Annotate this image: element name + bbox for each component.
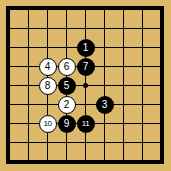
intersection-2-4 (19, 57, 38, 76)
intersection-8-3 (133, 38, 152, 57)
intersection-7-7 (114, 114, 133, 133)
intersection-3-1 (38, 0, 57, 19)
intersection-8-5 (133, 76, 152, 95)
star-point (83, 83, 88, 88)
intersection-6-4 (95, 57, 114, 76)
board-grid: 1467852310911 (0, 0, 171, 171)
intersection-6-2 (95, 19, 114, 38)
intersection-7-5 (114, 76, 133, 95)
intersection-6-5 (95, 76, 114, 95)
stone-black-9: 9 (58, 115, 76, 133)
intersection-6-9 (95, 152, 114, 171)
stone-white-6: 6 (58, 58, 76, 76)
intersection-3-9 (38, 152, 57, 171)
intersection-9-5 (152, 76, 171, 95)
stone-black-1: 1 (77, 39, 95, 57)
intersection-1-9 (0, 152, 19, 171)
intersection-5-4: 7 (76, 57, 95, 76)
intersection-2-1 (19, 0, 38, 19)
intersection-8-9 (133, 152, 152, 171)
intersection-2-8 (19, 133, 38, 152)
go-board-diagram: 1467852310911 (0, 0, 171, 171)
intersection-5-2 (76, 19, 95, 38)
intersection-2-7 (19, 114, 38, 133)
intersection-1-5 (0, 76, 19, 95)
intersection-9-8 (152, 133, 171, 152)
intersection-3-3 (38, 38, 57, 57)
intersection-4-5: 5 (57, 76, 76, 95)
intersection-3-6 (38, 95, 57, 114)
intersection-2-2 (19, 19, 38, 38)
stone-black-3: 3 (96, 96, 114, 114)
intersection-1-7 (0, 114, 19, 133)
intersection-9-6 (152, 95, 171, 114)
intersection-5-6 (76, 95, 95, 114)
stone-white-10: 10 (39, 115, 57, 133)
intersection-9-9 (152, 152, 171, 171)
intersection-8-8 (133, 133, 152, 152)
intersection-6-1 (95, 0, 114, 19)
intersection-5-1 (76, 0, 95, 19)
stone-white-2: 2 (58, 96, 76, 114)
intersection-8-4 (133, 57, 152, 76)
intersection-4-7: 9 (57, 114, 76, 133)
intersection-1-6 (0, 95, 19, 114)
stone-white-4: 4 (39, 58, 57, 76)
stone-white-8: 8 (39, 77, 57, 95)
intersection-2-9 (19, 152, 38, 171)
intersection-8-6 (133, 95, 152, 114)
intersection-5-8 (76, 133, 95, 152)
intersection-3-2 (38, 19, 57, 38)
intersection-1-4 (0, 57, 19, 76)
intersection-8-2 (133, 19, 152, 38)
stone-black-5: 5 (58, 77, 76, 95)
intersection-4-6: 2 (57, 95, 76, 114)
intersection-7-6 (114, 95, 133, 114)
intersection-8-7 (133, 114, 152, 133)
intersection-2-3 (19, 38, 38, 57)
intersection-4-4: 6 (57, 57, 76, 76)
intersection-7-2 (114, 19, 133, 38)
intersection-6-8 (95, 133, 114, 152)
intersection-9-4 (152, 57, 171, 76)
intersection-7-4 (114, 57, 133, 76)
intersection-3-8 (38, 133, 57, 152)
intersection-1-2 (0, 19, 19, 38)
intersection-6-6: 3 (95, 95, 114, 114)
intersection-9-3 (152, 38, 171, 57)
intersection-7-8 (114, 133, 133, 152)
intersection-3-5: 8 (38, 76, 57, 95)
intersection-1-8 (0, 133, 19, 152)
intersection-2-6 (19, 95, 38, 114)
intersection-8-1 (133, 0, 152, 19)
intersection-9-2 (152, 19, 171, 38)
intersection-4-1 (57, 0, 76, 19)
intersection-7-3 (114, 38, 133, 57)
intersection-3-7: 10 (38, 114, 57, 133)
intersection-7-9 (114, 152, 133, 171)
intersection-5-5 (76, 76, 95, 95)
intersection-4-8 (57, 133, 76, 152)
intersection-3-4: 4 (38, 57, 57, 76)
intersection-4-3 (57, 38, 76, 57)
intersection-2-5 (19, 76, 38, 95)
intersection-5-7: 11 (76, 114, 95, 133)
intersection-6-7 (95, 114, 114, 133)
intersection-4-9 (57, 152, 76, 171)
intersection-9-1 (152, 0, 171, 19)
intersection-1-1 (0, 0, 19, 19)
intersection-5-9 (76, 152, 95, 171)
intersection-6-3 (95, 38, 114, 57)
intersection-1-3 (0, 38, 19, 57)
intersection-9-7 (152, 114, 171, 133)
intersection-7-1 (114, 0, 133, 19)
intersection-4-2 (57, 19, 76, 38)
stone-black-7: 7 (77, 58, 95, 76)
stone-black-11: 11 (77, 115, 95, 133)
intersection-5-3: 1 (76, 38, 95, 57)
